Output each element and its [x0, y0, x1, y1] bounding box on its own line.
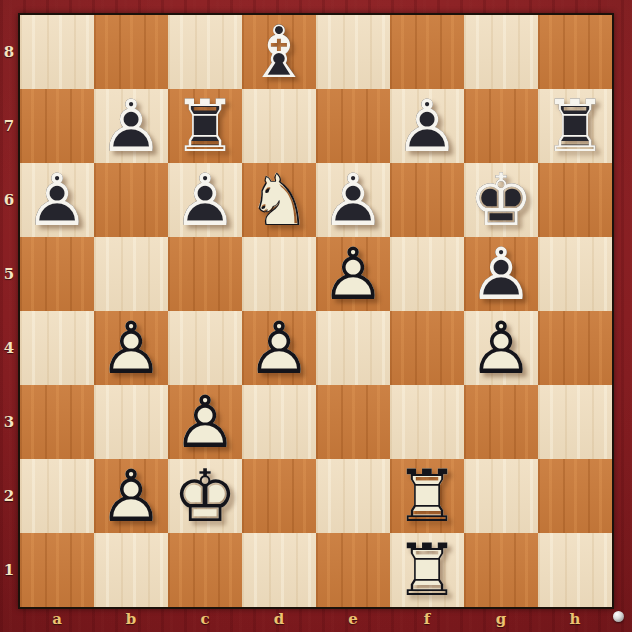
file-label-f: f [390, 609, 464, 632]
square-d4[interactable]: ♟♙ [242, 311, 316, 385]
file-label-h: h [538, 609, 612, 632]
corner-ball-icon [613, 611, 624, 622]
square-b6[interactable] [94, 163, 168, 237]
white-pawn-b4[interactable]: ♟♙ [94, 311, 168, 385]
chessboard: ♝♗♟♙♜♖♟♙♜♖♟♙♟♙♞♘♟♙♚♔♟♙♟♙♟♙♟♙♟♙♟♙♟♙♚♔♜♖♜♖ [18, 13, 614, 609]
rook-outline-icon: ♖ [390, 533, 464, 607]
pawn-outline-icon: ♙ [242, 311, 316, 385]
white-pawn-c3[interactable]: ♟♙ [168, 385, 242, 459]
rank-label-5: 5 [0, 237, 18, 311]
square-h4[interactable] [538, 311, 612, 385]
white-rook-f1[interactable]: ♜♖ [390, 533, 464, 607]
pawn-outline-icon: ♙ [316, 237, 390, 311]
rook-outline-icon: ♖ [390, 459, 464, 533]
square-f1[interactable]: ♜♖ [390, 533, 464, 607]
black-king-g6[interactable]: ♚♔ [464, 163, 538, 237]
king-outline-icon: ♔ [464, 163, 538, 237]
file-label-e: e [316, 609, 390, 632]
square-d1[interactable] [242, 533, 316, 607]
bishop-outline-icon: ♗ [242, 15, 316, 89]
square-c3[interactable]: ♟♙ [168, 385, 242, 459]
white-pawn-e5[interactable]: ♟♙ [316, 237, 390, 311]
square-c4[interactable] [168, 311, 242, 385]
white-pawn-b2[interactable]: ♟♙ [94, 459, 168, 533]
square-b2[interactable]: ♟♙ [94, 459, 168, 533]
square-a2[interactable] [20, 459, 94, 533]
pawn-outline-icon: ♙ [168, 385, 242, 459]
file-label-a: a [20, 609, 94, 632]
square-a6[interactable]: ♟♙ [20, 163, 94, 237]
pawn-outline-icon: ♙ [94, 311, 168, 385]
pawn-outline-icon: ♙ [20, 163, 94, 237]
square-h3[interactable] [538, 385, 612, 459]
black-rook-h7[interactable]: ♜♖ [538, 89, 612, 163]
black-pawn-a6[interactable]: ♟♙ [20, 163, 94, 237]
square-a7[interactable] [20, 89, 94, 163]
square-c7[interactable]: ♜♖ [168, 89, 242, 163]
square-b7[interactable]: ♟♙ [94, 89, 168, 163]
pawn-outline-icon: ♙ [168, 163, 242, 237]
square-d2[interactable] [242, 459, 316, 533]
black-pawn-b7[interactable]: ♟♙ [94, 89, 168, 163]
square-b5[interactable] [94, 237, 168, 311]
square-h5[interactable] [538, 237, 612, 311]
square-b1[interactable] [94, 533, 168, 607]
square-g3[interactable] [464, 385, 538, 459]
rook-outline-icon: ♖ [538, 89, 612, 163]
white-king-c2[interactable]: ♚♔ [168, 459, 242, 533]
pawn-outline-icon: ♙ [464, 237, 538, 311]
knight-outline-icon: ♘ [242, 163, 316, 237]
rank-label-6: 6 [0, 163, 18, 237]
square-f2[interactable]: ♜♖ [390, 459, 464, 533]
square-f8[interactable] [390, 15, 464, 89]
square-a8[interactable] [20, 15, 94, 89]
square-g1[interactable] [464, 533, 538, 607]
black-pawn-c6[interactable]: ♟♙ [168, 163, 242, 237]
square-d7[interactable] [242, 89, 316, 163]
square-e4[interactable] [316, 311, 390, 385]
square-f7[interactable]: ♟♙ [390, 89, 464, 163]
square-c6[interactable]: ♟♙ [168, 163, 242, 237]
square-e8[interactable] [316, 15, 390, 89]
square-d8[interactable]: ♝♗ [242, 15, 316, 89]
black-bishop-d8[interactable]: ♝♗ [242, 15, 316, 89]
square-d6[interactable]: ♞♘ [242, 163, 316, 237]
square-g2[interactable] [464, 459, 538, 533]
square-h2[interactable] [538, 459, 612, 533]
rank-label-8: 8 [0, 15, 18, 89]
pawn-outline-icon: ♙ [316, 163, 390, 237]
pawn-outline-icon: ♙ [94, 459, 168, 533]
square-e2[interactable] [316, 459, 390, 533]
square-c2[interactable]: ♚♔ [168, 459, 242, 533]
file-label-b: b [94, 609, 168, 632]
square-a5[interactable] [20, 237, 94, 311]
black-pawn-f7[interactable]: ♟♙ [390, 89, 464, 163]
rank-label-7: 7 [0, 89, 18, 163]
pawn-outline-icon: ♙ [464, 311, 538, 385]
square-b8[interactable] [94, 15, 168, 89]
square-a1[interactable] [20, 533, 94, 607]
square-b4[interactable]: ♟♙ [94, 311, 168, 385]
square-f4[interactable] [390, 311, 464, 385]
square-h1[interactable] [538, 533, 612, 607]
white-pawn-g4[interactable]: ♟♙ [464, 311, 538, 385]
square-f5[interactable] [390, 237, 464, 311]
square-g7[interactable] [464, 89, 538, 163]
square-g5[interactable]: ♟♙ [464, 237, 538, 311]
square-h6[interactable] [538, 163, 612, 237]
square-e7[interactable] [316, 89, 390, 163]
rook-outline-icon: ♖ [168, 89, 242, 163]
square-g8[interactable] [464, 15, 538, 89]
square-e1[interactable] [316, 533, 390, 607]
square-b3[interactable] [94, 385, 168, 459]
black-rook-c7[interactable]: ♜♖ [168, 89, 242, 163]
file-label-g: g [464, 609, 538, 632]
rank-label-1: 1 [0, 533, 18, 607]
square-f3[interactable] [390, 385, 464, 459]
square-e6[interactable]: ♟♙ [316, 163, 390, 237]
square-h7[interactable]: ♜♖ [538, 89, 612, 163]
file-label-d: d [242, 609, 316, 632]
file-label-c: c [168, 609, 242, 632]
square-d5[interactable] [242, 237, 316, 311]
square-c5[interactable] [168, 237, 242, 311]
square-e3[interactable] [316, 385, 390, 459]
white-pawn-d4[interactable]: ♟♙ [242, 311, 316, 385]
square-a3[interactable] [20, 385, 94, 459]
chessboard-frame: ♝♗♟♙♜♖♟♙♜♖♟♙♟♙♞♘♟♙♚♔♟♙♟♙♟♙♟♙♟♙♟♙♟♙♚♔♜♖♜♖… [0, 0, 632, 632]
square-f6[interactable] [390, 163, 464, 237]
black-pawn-g5[interactable]: ♟♙ [464, 237, 538, 311]
white-knight-d6[interactable]: ♞♘ [242, 163, 316, 237]
rank-label-3: 3 [0, 385, 18, 459]
white-rook-f2[interactable]: ♜♖ [390, 459, 464, 533]
square-g6[interactable]: ♚♔ [464, 163, 538, 237]
black-pawn-e6[interactable]: ♟♙ [316, 163, 390, 237]
square-h8[interactable] [538, 15, 612, 89]
rank-label-4: 4 [0, 311, 18, 385]
square-c8[interactable] [168, 15, 242, 89]
king-outline-icon: ♔ [168, 459, 242, 533]
pawn-outline-icon: ♙ [94, 89, 168, 163]
square-g4[interactable]: ♟♙ [464, 311, 538, 385]
rank-label-2: 2 [0, 459, 18, 533]
pawn-outline-icon: ♙ [390, 89, 464, 163]
square-a4[interactable] [20, 311, 94, 385]
square-e5[interactable]: ♟♙ [316, 237, 390, 311]
square-c1[interactable] [168, 533, 242, 607]
square-d3[interactable] [242, 385, 316, 459]
